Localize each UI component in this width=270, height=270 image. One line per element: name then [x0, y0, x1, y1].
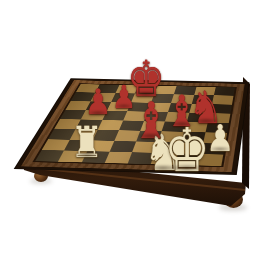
piece-shadow-c6 [114, 104, 134, 108]
piece-shadow-e4 [136, 133, 167, 140]
piece-shadow-b5 [87, 111, 109, 116]
piece-shadow-f5 [169, 121, 196, 127]
piece-shadow-g5 [192, 118, 220, 124]
piece-shadow-h2 [209, 147, 232, 152]
piece-shadow-f1 [169, 164, 206, 172]
piece-shadow-b1 [74, 152, 101, 158]
pieces-layer: ♚♟♟♞♝♝♟♜♞♚ [0, 0, 270, 270]
piece-shadow-d8 [131, 91, 162, 98]
chess-board-photo: ♚♟♟♞♝♝♟♜♞♚ [0, 0, 270, 270]
